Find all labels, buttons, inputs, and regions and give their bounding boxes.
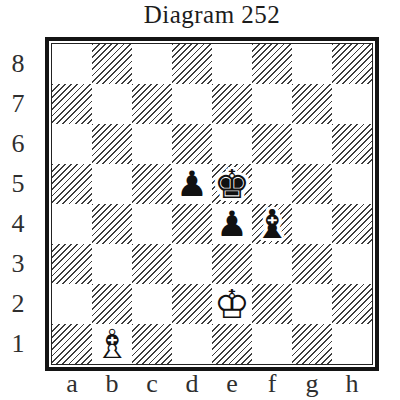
square-c4	[132, 204, 172, 244]
file-label-a: a	[52, 370, 92, 398]
rank-label-5: 5	[0, 164, 36, 204]
square-d1	[172, 324, 212, 364]
black-bishop-piece: ♝	[254, 204, 290, 244]
rank-label-4: 4	[0, 204, 36, 244]
square-a8	[52, 44, 92, 84]
square-c1	[132, 324, 172, 364]
square-g8	[292, 44, 332, 84]
file-label-d: d	[172, 370, 212, 398]
square-g6	[292, 124, 332, 164]
square-a3	[52, 244, 92, 284]
square-d3	[172, 244, 212, 284]
rank-label-1: 1	[0, 324, 36, 364]
rank-label-7: 7	[0, 84, 36, 124]
square-b7	[92, 84, 132, 124]
square-c8	[132, 44, 172, 84]
white-king-piece: ♔	[214, 284, 250, 324]
square-f8	[252, 44, 292, 84]
board-grid: ♟♚♟♝♔♗	[51, 43, 373, 365]
square-a2	[52, 284, 92, 324]
square-a5	[52, 164, 92, 204]
square-g7	[292, 84, 332, 124]
black-pawn-piece: ♟	[216, 204, 247, 244]
square-e2: ♔	[212, 284, 252, 324]
square-b2	[92, 284, 132, 324]
square-g5	[292, 164, 332, 204]
square-h6	[332, 124, 372, 164]
square-h4	[332, 204, 372, 244]
chess-board: ♟♚♟♝♔♗	[45, 37, 379, 371]
square-g4	[292, 204, 332, 244]
square-c2	[132, 284, 172, 324]
diagram-title: Diagram 252	[45, 1, 379, 29]
file-label-e: e	[212, 370, 252, 398]
square-d6	[172, 124, 212, 164]
square-d2	[172, 284, 212, 324]
rank-label-3: 3	[0, 244, 36, 284]
file-label-f: f	[252, 370, 292, 398]
square-a6	[52, 124, 92, 164]
rank-labels: 87654321	[0, 44, 36, 364]
square-h2	[332, 284, 372, 324]
square-f1	[252, 324, 292, 364]
white-bishop-piece: ♗	[94, 324, 130, 364]
square-e3	[212, 244, 252, 284]
file-label-h: h	[332, 370, 372, 398]
square-d4	[172, 204, 212, 244]
square-f3	[252, 244, 292, 284]
square-d5: ♟	[172, 164, 212, 204]
square-e4: ♟	[212, 204, 252, 244]
black-pawn-piece: ♟	[176, 164, 207, 204]
square-h8	[332, 44, 372, 84]
square-b4	[92, 204, 132, 244]
square-h1	[332, 324, 372, 364]
file-label-b: b	[92, 370, 132, 398]
square-g1	[292, 324, 332, 364]
chess-diagram-page: Diagram 252 87654321 ♟♚♟♝♔♗ abcdefgh	[0, 0, 400, 400]
square-h5	[332, 164, 372, 204]
square-e1	[212, 324, 252, 364]
black-king-piece: ♚	[214, 164, 250, 204]
square-b1: ♗	[92, 324, 132, 364]
square-a7	[52, 84, 92, 124]
square-a1	[52, 324, 92, 364]
square-f6	[252, 124, 292, 164]
square-g3	[292, 244, 332, 284]
square-c5	[132, 164, 172, 204]
square-c3	[132, 244, 172, 284]
square-d8	[172, 44, 212, 84]
rank-label-2: 2	[0, 284, 36, 324]
square-b5	[92, 164, 132, 204]
file-label-c: c	[132, 370, 172, 398]
square-c6	[132, 124, 172, 164]
square-f7	[252, 84, 292, 124]
square-h7	[332, 84, 372, 124]
square-b8	[92, 44, 132, 84]
square-f2	[252, 284, 292, 324]
square-f5	[252, 164, 292, 204]
square-a4	[52, 204, 92, 244]
square-g2	[292, 284, 332, 324]
square-b6	[92, 124, 132, 164]
file-labels: abcdefgh	[52, 370, 372, 398]
file-label-g: g	[292, 370, 332, 398]
square-e5: ♚	[212, 164, 252, 204]
square-e7	[212, 84, 252, 124]
square-c7	[132, 84, 172, 124]
square-e6	[212, 124, 252, 164]
square-d7	[172, 84, 212, 124]
square-h3	[332, 244, 372, 284]
square-f4: ♝	[252, 204, 292, 244]
rank-label-6: 6	[0, 124, 36, 164]
square-e8	[212, 44, 252, 84]
square-b3	[92, 244, 132, 284]
rank-label-8: 8	[0, 44, 36, 84]
